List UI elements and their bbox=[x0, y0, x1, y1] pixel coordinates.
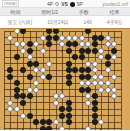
white-stone bbox=[111, 87, 117, 93]
black-stone bbox=[66, 113, 72, 119]
white-stone bbox=[20, 48, 26, 54]
black-stone bbox=[85, 87, 91, 93]
white-stone bbox=[14, 41, 20, 47]
white-stone bbox=[105, 35, 111, 41]
black-stone bbox=[85, 74, 91, 80]
white-stone bbox=[111, 54, 117, 60]
black-stone bbox=[111, 48, 117, 54]
info-label-2: 用时1/2 bbox=[41, 9, 58, 15]
black-stone bbox=[33, 61, 39, 67]
detail-value-2: 10月24日 bbox=[47, 19, 68, 25]
black-stone bbox=[7, 67, 13, 73]
white-stone bbox=[79, 35, 85, 41]
info-label-1: 时间 bbox=[10, 9, 20, 15]
black-stone bbox=[79, 48, 85, 54]
info-label-3: 手数 bbox=[79, 9, 89, 15]
black-stone bbox=[66, 48, 72, 54]
white-stone bbox=[66, 35, 72, 41]
black-stone bbox=[92, 119, 98, 125]
black-stone bbox=[46, 119, 52, 125]
black-stone bbox=[46, 35, 52, 41]
white-stone bbox=[53, 119, 59, 125]
white-stone bbox=[111, 93, 117, 99]
vs-label: VS bbox=[61, 1, 68, 7]
black-stone bbox=[53, 28, 59, 34]
white-stone bbox=[105, 87, 111, 93]
white-stone bbox=[85, 93, 91, 99]
black-stone bbox=[40, 126, 46, 131]
black-stone bbox=[92, 93, 98, 99]
top-bar: niwan 4P VS 9P youtao1.vvf bbox=[0, 0, 130, 8]
white-stone bbox=[98, 54, 104, 60]
black-stone bbox=[72, 41, 78, 47]
black-stone-icon bbox=[70, 2, 75, 7]
white-stone bbox=[98, 48, 104, 54]
black-stone bbox=[7, 74, 13, 80]
white-stone bbox=[105, 41, 111, 47]
black-stone bbox=[79, 74, 85, 80]
white-stone bbox=[111, 41, 117, 47]
white-stone bbox=[105, 67, 111, 73]
black-stone bbox=[27, 41, 33, 47]
white-stone bbox=[85, 126, 91, 131]
black-stone bbox=[66, 119, 72, 125]
white-stone bbox=[85, 41, 91, 47]
info-bar: 时间 用时1/2 手数 结果 bbox=[0, 8, 130, 16]
white-stone bbox=[20, 41, 26, 47]
white-stone bbox=[20, 113, 26, 119]
black-stone bbox=[79, 54, 85, 60]
black-stone bbox=[66, 106, 72, 112]
white-stone bbox=[27, 54, 33, 60]
black-stone bbox=[27, 74, 33, 80]
black-stone bbox=[20, 67, 26, 73]
white-stone bbox=[7, 35, 13, 41]
white-stone bbox=[98, 80, 104, 86]
white-stone bbox=[40, 67, 46, 73]
black-rank-label: 9P bbox=[77, 1, 83, 7]
white-stone bbox=[40, 74, 46, 80]
black-stone bbox=[27, 113, 33, 119]
black-stone bbox=[27, 61, 33, 67]
white-stone bbox=[79, 80, 85, 86]
white-stone bbox=[98, 119, 104, 125]
detail-value-4: 4手9分 bbox=[107, 19, 123, 25]
black-stone bbox=[40, 119, 46, 125]
black-stone bbox=[14, 87, 20, 93]
white-stone bbox=[7, 106, 13, 112]
black-stone bbox=[79, 67, 85, 73]
detail-value-3: 140 bbox=[83, 19, 91, 25]
white-stone bbox=[14, 106, 20, 112]
white-stone bbox=[53, 93, 59, 99]
black-stone bbox=[66, 41, 72, 47]
detail-bar: 张立 (六段) 10月24日 140 4手9分 bbox=[0, 16, 130, 28]
white-stone bbox=[85, 100, 91, 106]
black-stone bbox=[92, 41, 98, 47]
black-stone bbox=[105, 54, 111, 60]
white-stone bbox=[33, 41, 39, 47]
white-stone bbox=[98, 87, 104, 93]
black-stone bbox=[92, 48, 98, 54]
white-stone bbox=[59, 126, 65, 131]
white-stone bbox=[27, 87, 33, 93]
white-stone bbox=[92, 80, 98, 86]
black-stone bbox=[20, 28, 26, 34]
black-stone bbox=[92, 106, 98, 112]
black-stone bbox=[85, 48, 91, 54]
black-stone bbox=[98, 35, 104, 41]
left-player-name: niwan bbox=[2, 0, 19, 7]
black-stone bbox=[14, 54, 20, 60]
black-stone bbox=[66, 61, 72, 67]
white-stone bbox=[92, 67, 98, 73]
black-stone bbox=[59, 113, 65, 119]
vs-group: 4P VS 9P bbox=[47, 0, 83, 8]
black-stone bbox=[72, 67, 78, 73]
white-stone bbox=[33, 67, 39, 73]
black-stone bbox=[20, 100, 26, 106]
black-stone bbox=[66, 80, 72, 86]
white-stone bbox=[85, 80, 91, 86]
white-stone bbox=[105, 80, 111, 86]
black-stone bbox=[72, 54, 78, 60]
white-stone bbox=[92, 74, 98, 80]
black-stone bbox=[33, 119, 39, 125]
white-stone bbox=[40, 35, 46, 41]
detail-value-1: 张立 (六段) bbox=[8, 19, 33, 25]
black-stone bbox=[27, 93, 33, 99]
white-stone bbox=[59, 93, 65, 99]
white-stone bbox=[14, 28, 20, 34]
black-stone bbox=[46, 74, 52, 80]
white-stone bbox=[111, 74, 117, 80]
white-stone-icon bbox=[55, 2, 59, 6]
info-label-4: 结果 bbox=[110, 9, 120, 15]
white-stone bbox=[59, 35, 65, 41]
black-stone bbox=[85, 28, 91, 34]
white-stone bbox=[40, 48, 46, 54]
white-rank-label: 4P bbox=[47, 1, 53, 7]
black-stone bbox=[27, 48, 33, 54]
black-stone bbox=[59, 106, 65, 112]
black-stone bbox=[85, 67, 91, 73]
white-stone bbox=[33, 87, 39, 93]
kifu-file-name: youtao1.vvf bbox=[102, 1, 128, 7]
white-stone bbox=[98, 74, 104, 80]
white-stone bbox=[85, 61, 91, 67]
white-stone bbox=[53, 100, 59, 106]
black-stone bbox=[14, 80, 20, 86]
black-stone bbox=[66, 74, 72, 80]
white-stone bbox=[46, 61, 52, 67]
black-stone bbox=[66, 67, 72, 73]
black-stone bbox=[20, 93, 26, 99]
white-stone bbox=[59, 41, 65, 47]
black-stone bbox=[66, 100, 72, 106]
go-board[interactable] bbox=[0, 28, 130, 130]
black-stone bbox=[46, 28, 52, 34]
black-stone bbox=[92, 35, 98, 41]
black-stone bbox=[105, 61, 111, 67]
black-stone bbox=[46, 41, 52, 47]
white-stone bbox=[72, 35, 78, 41]
black-stone bbox=[46, 126, 52, 131]
white-stone bbox=[79, 41, 85, 47]
white-stone bbox=[33, 80, 39, 86]
black-stone bbox=[92, 100, 98, 106]
black-stone bbox=[79, 87, 85, 93]
white-stone bbox=[7, 100, 13, 106]
black-stone bbox=[53, 35, 59, 41]
black-stone bbox=[14, 93, 20, 99]
black-stone bbox=[92, 113, 98, 119]
white-stone bbox=[92, 61, 98, 67]
